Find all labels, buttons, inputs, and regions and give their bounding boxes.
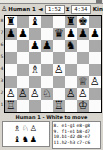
square-d6[interactable]: ♟: [41, 40, 53, 52]
square-b2[interactable]: ♙: [17, 88, 29, 100]
white-player-name: Human 1: [8, 4, 36, 14]
square-c1[interactable]: [29, 100, 41, 112]
window-close-icon[interactable]: [96, 0, 102, 3]
white-piece: ♗: [30, 64, 40, 76]
black-piece: ♟: [18, 28, 28, 40]
square-c6[interactable]: ♟: [29, 40, 41, 52]
square-g1[interactable]: ♔: [77, 100, 89, 112]
black-piece: ♟: [30, 40, 40, 52]
move-text: e8-g8: [77, 123, 91, 128]
square-d1[interactable]: [41, 100, 53, 112]
board-area: 87654321 ♜♝♜♚♟♟♛♟♟♟♟♟♞♗♙♕♙♙♙♙♘♙♙♖♖♔: [0, 15, 103, 113]
captured-piece: ♝: [13, 135, 21, 144]
status-line: Human 1 - White to move: [0, 113, 103, 121]
square-c2[interactable]: ♙: [29, 88, 41, 100]
square-h3[interactable]: ♙: [89, 76, 101, 88]
black-piece: ♞: [66, 40, 76, 52]
square-a6[interactable]: [5, 40, 17, 52]
captured-pieces-tray: ♗♘♙ ♝♞♟: [2, 121, 50, 147]
square-h5[interactable]: [89, 52, 101, 64]
captured-white-row: ♗♘♙: [3, 123, 49, 134]
game-header: ♙ Human 1 ◄ 1:52 ⧗ 4:34 Kindle 10 ♟: [0, 4, 103, 14]
square-h2[interactable]: [89, 88, 101, 100]
window-title-bar: [0, 0, 103, 4]
move-text: 11.: [54, 140, 62, 146]
square-e4[interactable]: ♙: [53, 64, 65, 76]
move-text: b8-d7: [77, 129, 91, 134]
square-d5[interactable]: [41, 52, 53, 64]
square-b4[interactable]: [17, 64, 29, 76]
square-e6[interactable]: [53, 40, 65, 52]
square-d4[interactable]: [41, 64, 53, 76]
square-b6[interactable]: [17, 40, 29, 52]
captured-piece: ♟: [30, 135, 38, 144]
white-piece: ♙: [18, 88, 28, 100]
captured-piece: ♗: [13, 124, 21, 133]
black-clock: 4:34: [71, 5, 91, 14]
square-c4[interactable]: ♗: [29, 64, 41, 76]
black-player-name: Kindle 10: [93, 4, 103, 14]
white-clock: 1:52: [45, 5, 65, 14]
square-e3[interactable]: [53, 76, 65, 88]
square-f6[interactable]: ♞: [65, 40, 77, 52]
square-h6[interactable]: [89, 40, 101, 52]
black-piece: ♟: [90, 28, 100, 40]
square-f5[interactable]: [65, 52, 77, 64]
white-piece: ♘: [42, 88, 52, 100]
white-piece: ♙: [54, 64, 64, 76]
move-text: d8-e7: [77, 134, 91, 139]
square-f1[interactable]: [65, 100, 77, 112]
square-b1[interactable]: [17, 100, 29, 112]
captured-piece: ♘: [22, 124, 30, 133]
square-f4[interactable]: [65, 64, 77, 76]
bottom-panels: ♗♘♙ ♝♞♟ 8.e1-g1e8-g89.f1-e1b8-d710.b1-d2…: [0, 121, 103, 149]
square-a5[interactable]: [5, 52, 17, 64]
back-arrow-button[interactable]: ◄: [37, 4, 44, 14]
white-player-icon: ♙: [1, 4, 7, 14]
chess-board[interactable]: ♜♝♜♚♟♟♛♟♟♟♟♟♞♗♙♕♙♙♙♙♘♙♙♖♖♔: [4, 15, 102, 113]
square-e7[interactable]: ♛: [53, 28, 65, 40]
white-piece: ♙: [66, 88, 76, 100]
move-list[interactable]: 8.e1-g1e8-g89.f1-e1b8-d710.b1-d2d8-e711.…: [52, 121, 102, 149]
captured-piece: ♞: [22, 135, 30, 144]
black-piece: ♝: [30, 16, 40, 28]
captured-black-row: ♝♞♟: [3, 134, 49, 145]
move-row: 11.h2-h3c7-c6: [54, 140, 100, 146]
square-e1[interactable]: ♖: [53, 100, 65, 112]
white-piece: ♙: [30, 88, 40, 100]
move-text: h2-h3: [62, 140, 77, 146]
black-piece: ♛: [54, 28, 64, 40]
square-a4[interactable]: [5, 64, 17, 76]
black-piece: ♟: [6, 28, 16, 40]
square-f2[interactable]: ♙: [65, 88, 77, 100]
square-b7[interactable]: ♟: [17, 28, 29, 40]
square-a7[interactable]: ♟: [5, 28, 17, 40]
black-piece: ♟: [42, 40, 52, 52]
square-h1[interactable]: [89, 100, 101, 112]
hourglass-icon: ⧗: [66, 4, 70, 14]
white-piece: ♖: [54, 100, 64, 112]
square-h7[interactable]: ♟: [89, 28, 101, 40]
square-g5[interactable]: [77, 52, 89, 64]
captured-piece: ♙: [30, 124, 38, 133]
white-piece: ♔: [78, 100, 88, 112]
square-g6[interactable]: [77, 40, 89, 52]
white-piece: ♙: [90, 76, 100, 88]
square-b5[interactable]: [17, 52, 29, 64]
square-g7[interactable]: ♟: [77, 28, 89, 40]
white-piece: ♖: [6, 100, 16, 112]
square-d8[interactable]: [41, 16, 53, 28]
square-c8[interactable]: ♝: [29, 16, 41, 28]
black-piece: ♟: [78, 28, 88, 40]
move-text: c7-c6: [77, 140, 91, 145]
square-a1[interactable]: ♖: [5, 100, 17, 112]
square-d2[interactable]: ♘: [41, 88, 53, 100]
